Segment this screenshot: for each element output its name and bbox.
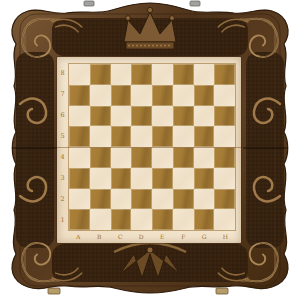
square-c8[interactable] xyxy=(111,64,132,85)
square-h6[interactable] xyxy=(214,106,235,127)
square-e8[interactable] xyxy=(152,64,173,85)
file-label-b: B xyxy=(89,231,110,242)
square-d5[interactable] xyxy=(131,126,152,147)
square-f4[interactable] xyxy=(173,147,194,168)
square-f8[interactable] xyxy=(173,64,194,85)
square-e7[interactable] xyxy=(152,85,173,106)
hinge-bottom-right-icon xyxy=(216,288,228,294)
square-h1[interactable] xyxy=(214,209,235,230)
file-label-h: H xyxy=(215,231,236,242)
square-e4[interactable] xyxy=(152,147,173,168)
square-a1[interactable] xyxy=(69,209,90,230)
square-a8[interactable] xyxy=(69,64,90,85)
square-f7[interactable] xyxy=(173,85,194,106)
square-b2[interactable] xyxy=(90,189,111,210)
square-h3[interactable] xyxy=(214,168,235,189)
chess-set-photo: 87654321 ABCDEFGH xyxy=(0,0,300,300)
rank-label-2: 2 xyxy=(57,189,68,210)
square-a5[interactable] xyxy=(69,126,90,147)
square-c6[interactable] xyxy=(111,106,132,127)
file-label-d: D xyxy=(131,231,152,242)
square-f3[interactable] xyxy=(173,168,194,189)
square-a6[interactable] xyxy=(69,106,90,127)
file-label-c: C xyxy=(110,231,131,242)
file-label-e: E xyxy=(152,231,173,242)
square-e1[interactable] xyxy=(152,209,173,230)
square-h2[interactable] xyxy=(214,189,235,210)
rank-label-8: 8 xyxy=(57,63,68,84)
square-e5[interactable] xyxy=(152,126,173,147)
rank-label-6: 6 xyxy=(57,105,68,126)
square-f5[interactable] xyxy=(173,126,194,147)
square-a7[interactable] xyxy=(69,85,90,106)
square-d3[interactable] xyxy=(131,168,152,189)
hinge-top-left-icon xyxy=(84,1,94,6)
square-e3[interactable] xyxy=(152,168,173,189)
square-c5[interactable] xyxy=(111,126,132,147)
square-b7[interactable] xyxy=(90,85,111,106)
square-d6[interactable] xyxy=(131,106,152,127)
square-g3[interactable] xyxy=(194,168,215,189)
square-c1[interactable] xyxy=(111,209,132,230)
square-h7[interactable] xyxy=(214,85,235,106)
square-b8[interactable] xyxy=(90,64,111,85)
square-g1[interactable] xyxy=(194,209,215,230)
square-c2[interactable] xyxy=(111,189,132,210)
rank-label-1: 1 xyxy=(57,210,68,231)
square-g5[interactable] xyxy=(194,126,215,147)
square-h8[interactable] xyxy=(214,64,235,85)
hinge-bottom-left-icon xyxy=(48,288,60,294)
file-labels: ABCDEFGH xyxy=(68,231,236,242)
hinge-top-right-icon xyxy=(190,1,200,6)
file-label-g: G xyxy=(194,231,215,242)
square-c4[interactable] xyxy=(111,147,132,168)
square-c3[interactable] xyxy=(111,168,132,189)
square-a2[interactable] xyxy=(69,189,90,210)
square-d8[interactable] xyxy=(131,64,152,85)
square-f1[interactable] xyxy=(173,209,194,230)
square-g4[interactable] xyxy=(194,147,215,168)
square-h5[interactable] xyxy=(214,126,235,147)
square-d4[interactable] xyxy=(131,147,152,168)
square-d7[interactable] xyxy=(131,85,152,106)
square-d2[interactable] xyxy=(131,189,152,210)
rank-label-3: 3 xyxy=(57,168,68,189)
fold-seam-board xyxy=(57,147,241,148)
square-b5[interactable] xyxy=(90,126,111,147)
square-g8[interactable] xyxy=(194,64,215,85)
file-label-a: A xyxy=(68,231,89,242)
rank-label-5: 5 xyxy=(57,126,68,147)
square-b3[interactable] xyxy=(90,168,111,189)
square-c7[interactable] xyxy=(111,85,132,106)
square-g2[interactable] xyxy=(194,189,215,210)
file-label-f: F xyxy=(173,231,194,242)
square-g7[interactable] xyxy=(194,85,215,106)
square-e2[interactable] xyxy=(152,189,173,210)
square-h4[interactable] xyxy=(214,147,235,168)
square-g6[interactable] xyxy=(194,106,215,127)
chess-board-panel: 87654321 ABCDEFGH xyxy=(57,57,241,243)
square-d1[interactable] xyxy=(131,209,152,230)
square-b6[interactable] xyxy=(90,106,111,127)
square-a3[interactable] xyxy=(69,168,90,189)
square-b1[interactable] xyxy=(90,209,111,230)
square-a4[interactable] xyxy=(69,147,90,168)
square-f2[interactable] xyxy=(173,189,194,210)
square-b4[interactable] xyxy=(90,147,111,168)
square-f6[interactable] xyxy=(173,106,194,127)
rank-label-7: 7 xyxy=(57,84,68,105)
square-e6[interactable] xyxy=(152,106,173,127)
rank-label-4: 4 xyxy=(57,147,68,168)
